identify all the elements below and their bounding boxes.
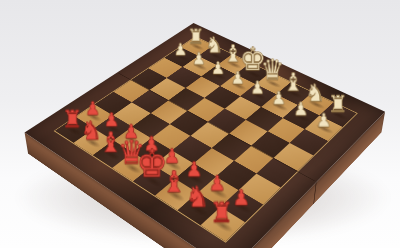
chess-board-box: ♜♞♝♚♛♝♞♜♟♟♟♟♟♟♟♟♟♟♟♟♟♟♟♟♜♞♝♛♚♝♞♜ (25, 23, 385, 248)
photo-of-chess-set: ♜♞♝♚♛♝♞♜♟♟♟♟♟♟♟♟♟♟♟♟♟♟♟♟♜♞♝♛♚♝♞♜ (0, 0, 400, 248)
folding-seam-side (313, 182, 317, 205)
piece-red-rook-a8[interactable]: ♜ (196, 199, 248, 227)
board-squares: ♜♞♝♚♛♝♞♜♟♟♟♟♟♟♟♟♟♟♟♟♟♟♟♟♜♞♝♛♚♝♞♜ (54, 36, 358, 242)
piece-white-pawn-a2[interactable]: ♟ (301, 111, 346, 130)
scene: ♜♞♝♚♛♝♞♜♟♟♟♟♟♟♟♟♟♟♟♟♟♟♟♟♜♞♝♛♚♝♞♜ (0, 0, 400, 248)
